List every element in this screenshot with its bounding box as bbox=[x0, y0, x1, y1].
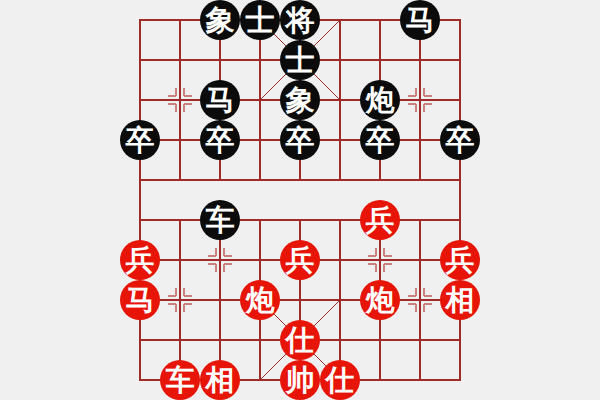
board-pieces-grid: 象士将马士马象炮卒卒卒卒卒车兵兵兵兵马炮炮相仕车相帅仕 bbox=[120, 0, 480, 400]
piece-black-elephant[interactable]: 象 bbox=[280, 80, 320, 120]
piece-red-advisor[interactable]: 仕 bbox=[320, 360, 360, 400]
piece-black-soldier[interactable]: 卒 bbox=[360, 120, 400, 160]
piece-black-general[interactable]: 将 bbox=[280, 0, 320, 40]
piece-red-soldier[interactable]: 兵 bbox=[120, 240, 160, 280]
xiangqi-board: 象士将马士马象炮卒卒卒卒卒车兵兵兵兵马炮炮相仕车相帅仕 bbox=[0, 0, 600, 400]
piece-red-soldier[interactable]: 兵 bbox=[280, 240, 320, 280]
piece-red-cannon[interactable]: 炮 bbox=[240, 280, 280, 320]
piece-black-advisor[interactable]: 士 bbox=[280, 40, 320, 80]
piece-black-advisor[interactable]: 士 bbox=[240, 0, 280, 40]
piece-black-chariot[interactable]: 车 bbox=[200, 200, 240, 240]
piece-black-horse[interactable]: 马 bbox=[200, 80, 240, 120]
piece-red-general[interactable]: 帅 bbox=[280, 360, 320, 400]
piece-black-soldier[interactable]: 卒 bbox=[440, 120, 480, 160]
piece-red-cannon[interactable]: 炮 bbox=[360, 280, 400, 320]
piece-red-horse[interactable]: 马 bbox=[120, 280, 160, 320]
piece-black-soldier[interactable]: 卒 bbox=[280, 120, 320, 160]
piece-black-horse[interactable]: 马 bbox=[400, 0, 440, 40]
piece-red-elephant[interactable]: 相 bbox=[200, 360, 240, 400]
piece-black-soldier[interactable]: 卒 bbox=[120, 120, 160, 160]
piece-red-soldier[interactable]: 兵 bbox=[440, 240, 480, 280]
piece-red-soldier[interactable]: 兵 bbox=[360, 200, 400, 240]
piece-red-elephant[interactable]: 相 bbox=[440, 280, 480, 320]
piece-black-elephant[interactable]: 象 bbox=[200, 0, 240, 40]
piece-black-soldier[interactable]: 卒 bbox=[200, 120, 240, 160]
piece-red-chariot[interactable]: 车 bbox=[160, 360, 200, 400]
piece-black-cannon[interactable]: 炮 bbox=[360, 80, 400, 120]
piece-red-advisor[interactable]: 仕 bbox=[280, 320, 320, 360]
